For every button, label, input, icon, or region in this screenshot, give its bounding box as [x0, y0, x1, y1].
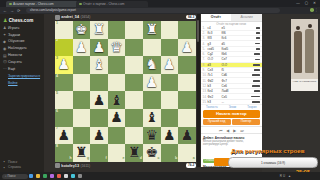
square-b2[interactable]	[161, 39, 179, 57]
bottom-player-accuracy-badge: 76.2	[186, 163, 196, 167]
eval-bar	[252, 101, 260, 103]
black-queen[interactable]: ♛	[146, 128, 159, 142]
black-rook[interactable]: ♜	[128, 145, 141, 159]
bottom-player-bar: kotofey13 (1611) 76.2	[55, 163, 196, 169]
file-label: d	[140, 157, 142, 161]
video-subtitle: Для регулярных строев	[231, 147, 320, 154]
move-nav-icon[interactable]: ▶	[233, 128, 236, 133]
black-pawn[interactable]: ♟	[181, 128, 194, 142]
black-move[interactable]: Сe6	[222, 84, 236, 88]
back-icon[interactable]: ←	[3, 7, 7, 14]
sidebar-footer-item[interactable]: •Справка	[0, 165, 44, 171]
file-label: a	[193, 157, 195, 161]
square-f5[interactable]: ♟	[90, 91, 108, 109]
white-move[interactable]: c4	[208, 26, 222, 30]
file-label: c	[158, 157, 160, 161]
square-f7[interactable]: ♟	[90, 127, 108, 145]
square-g6[interactable]	[73, 109, 91, 127]
panel-link[interactable]: Точность	[206, 105, 218, 110]
sidebar-item-соцсеть[interactable]: ☺Соцсеть	[0, 58, 44, 65]
square-e6[interactable]: ♟	[108, 109, 126, 127]
white-pawn[interactable]: ♟	[181, 40, 194, 54]
bottom-player-name[interactable]: kotofey13	[61, 164, 79, 168]
square-b5[interactable]	[161, 91, 179, 109]
white-move[interactable]: Сe3	[208, 68, 222, 72]
file-label: f	[106, 157, 107, 161]
panel-link[interactable]: Теория	[247, 105, 256, 110]
white-move[interactable]: Лc1	[208, 73, 222, 77]
square-h1[interactable]: 1	[55, 21, 73, 39]
page-scrollbar[interactable]	[197, 14, 200, 167]
eval-bar	[253, 80, 260, 82]
black-pawn[interactable]: ♟	[163, 128, 176, 142]
square-c4[interactable]: ♟	[143, 74, 161, 92]
square-b6[interactable]	[161, 109, 179, 127]
file-label: g	[87, 157, 89, 161]
white-bishop[interactable]: ♝	[93, 57, 106, 71]
eval-bar	[256, 48, 260, 50]
square-f6[interactable]	[90, 109, 108, 127]
top-player-accuracy-badge: 84.3	[186, 15, 196, 19]
square-a1[interactable]	[178, 21, 196, 39]
square-d1[interactable]	[125, 21, 143, 39]
black-move[interactable]: ...	[222, 100, 236, 104]
black-king[interactable]: ♚	[146, 145, 159, 159]
browser-toolbar: ← → ⟳ chess.com/analysis/game-report ⋮	[0, 7, 320, 14]
square-d4[interactable]	[125, 74, 143, 92]
square-b8[interactable]: b	[161, 144, 179, 162]
square-b1[interactable]	[161, 21, 179, 39]
top-player-avatar[interactable]	[55, 15, 60, 20]
square-a6[interactable]	[178, 109, 196, 127]
file-label: e	[122, 157, 124, 161]
sidebar-link[interactable]: Зарегистрироваться	[0, 72, 44, 79]
square-g8[interactable]: ♜g	[73, 144, 91, 162]
black-rook[interactable]: ♜	[75, 145, 88, 159]
chess-board[interactable]: 1♚♜♜2♟♟♛♟♟3♝♞♟4♟5♟♝6♟♝♟7♟♛♟♟8h♜gfe♜d♚cba	[55, 21, 196, 162]
white-move[interactable]: b3	[208, 84, 222, 88]
address-bar[interactable]: chess.com/analysis/game-report	[26, 8, 280, 13]
white-move[interactable]: Кc3	[208, 31, 222, 35]
square-e5[interactable]: ♝	[108, 91, 126, 109]
sidebar-item-наблюдать[interactable]: ◉Наблюдать	[0, 45, 44, 52]
tab-favicon	[9, 3, 12, 6]
ad-model-head	[296, 26, 300, 30]
reload-icon[interactable]: ⟳	[17, 7, 20, 14]
rank-label: 2	[56, 39, 58, 43]
square-a5[interactable]	[178, 91, 196, 109]
square-d7[interactable]	[125, 127, 143, 145]
dot-icon: •	[3, 159, 8, 164]
black-move[interactable]: Фc7	[222, 79, 236, 83]
top-player-name[interactable]: andrei_54	[61, 15, 79, 19]
rank-label: 5	[56, 92, 58, 96]
black-move[interactable]: Сe5	[222, 95, 236, 99]
eval-bar	[252, 74, 260, 76]
square-a4[interactable]	[178, 74, 196, 92]
top-player-bar: andrei_54 (1654) 84.3	[55, 14, 196, 20]
chesscom-logo[interactable]: ♟ Chess.com	[0, 14, 44, 25]
eval-bar	[254, 90, 260, 92]
rank-label: 7	[56, 127, 58, 131]
eval-bar	[255, 59, 260, 61]
square-h4[interactable]: 4	[55, 74, 73, 92]
taskbar-app-icon[interactable]	[43, 174, 47, 178]
taskbar: ⌕ Поиск RU ▲	[0, 172, 320, 180]
white-move[interactable]: O-O	[208, 57, 222, 61]
more-menu-icon[interactable]: ⋮	[315, 8, 319, 12]
white-move[interactable]: Фd2	[208, 79, 222, 83]
black-move[interactable]: Лad8	[222, 89, 236, 93]
panel-tab-анализ[interactable]: Анализ	[231, 14, 262, 21]
sidebar: ♟ Chess.com ♟Играть✦Задачи◆Обучение◉Набл…	[0, 14, 44, 172]
sidebar-item-ещё[interactable]: ⋯Ещё	[0, 65, 44, 72]
black-move[interactable]: Кb6	[222, 52, 236, 56]
black-pawn[interactable]: ♟	[93, 128, 106, 142]
square-f1[interactable]: ♜	[90, 21, 108, 39]
ad-model-head	[308, 24, 312, 28]
square-c8[interactable]: ♚c	[143, 144, 161, 162]
analysis-panel: ОтчётАнализ Отчёт по партии готов 1.c4e5…	[201, 14, 263, 167]
eval-bar	[255, 43, 260, 45]
square-a8[interactable]: a	[178, 144, 196, 162]
white-rook[interactable]: ♜	[146, 22, 159, 36]
square-h3[interactable]: ♟3	[55, 56, 73, 74]
square-f2[interactable]: ♟	[90, 39, 108, 57]
white-move[interactable]: Кf3	[208, 36, 222, 40]
black-bishop[interactable]: ♝	[146, 110, 159, 124]
square-a2[interactable]: ♟	[178, 39, 196, 57]
panel-button[interactable]: Повтор	[232, 119, 260, 125]
file-label: h	[69, 157, 71, 161]
square-d2[interactable]	[125, 39, 143, 57]
window-controls[interactable]: — ▢ ✕	[296, 0, 318, 7]
square-e1[interactable]	[108, 21, 126, 39]
scrollbar-thumb[interactable]	[197, 20, 199, 42]
eval-bar	[251, 96, 260, 98]
eval-bar	[256, 32, 260, 34]
white-queen[interactable]: ♛	[110, 40, 123, 54]
sidebar-item-обучение[interactable]: ◆Обучение	[0, 38, 44, 45]
black-move[interactable]: Сd6	[222, 73, 236, 77]
square-g2[interactable]: ♟	[73, 39, 91, 57]
square-e2[interactable]: ♛	[108, 39, 126, 57]
video-caption-bar: 1 клавиша (16:9)	[228, 157, 318, 168]
screen: Анализ партии - Chess.comОтчёт о партии …	[0, 0, 320, 180]
sidebar-link[interactable]: Войти	[0, 79, 44, 86]
square-h6[interactable]: 6	[55, 109, 73, 127]
ad-model-figure	[305, 29, 314, 73]
logo-pawn-icon: ♟	[3, 17, 7, 23]
rank-label: 8	[56, 145, 58, 149]
square-h5[interactable]: 5	[55, 91, 73, 109]
square-e3[interactable]	[108, 56, 126, 74]
square-c5[interactable]	[143, 91, 161, 109]
sidebar-item-новости[interactable]: ▤Новости	[0, 52, 44, 59]
taskbar-app-icon[interactable]	[50, 174, 54, 178]
white-pawn[interactable]: ♟	[58, 57, 71, 71]
square-g5[interactable]	[73, 91, 91, 109]
square-g4[interactable]	[73, 74, 91, 92]
panel-link[interactable]: Зевки	[229, 105, 237, 110]
white-move[interactable]: d3	[208, 63, 222, 67]
square-b7[interactable]: ♟	[161, 127, 179, 145]
white-move[interactable]: Сg2	[208, 52, 222, 56]
bottom-player-rating: (1611)	[81, 164, 91, 168]
rank-label: 6	[56, 110, 58, 114]
dot-icon: •	[3, 165, 8, 170]
eval-bar	[256, 37, 260, 39]
taskbar-app-icon[interactable]	[78, 174, 82, 178]
square-g3[interactable]	[73, 56, 91, 74]
eval-bar	[256, 27, 260, 29]
rank-label: 4	[56, 75, 58, 79]
square-h8[interactable]: 8h	[55, 144, 73, 162]
ad-banner[interactable]: НОВАЯ КОЛЛЕКЦИЯ	[291, 19, 318, 91]
square-c7[interactable]: ♛	[143, 127, 161, 145]
browser-menu[interactable]: ⋮	[310, 7, 318, 14]
taskbar-app-icon[interactable]	[29, 174, 33, 178]
square-b3[interactable]: ♟	[161, 56, 179, 74]
white-move[interactable]: h3	[208, 100, 222, 104]
taskbar-search[interactable]: ⌕ Поиск	[2, 174, 28, 179]
black-move[interactable]: d5	[222, 42, 236, 46]
system-tray[interactable]: RU ▲	[280, 172, 292, 180]
square-f8[interactable]: f	[90, 144, 108, 162]
bottom-player-avatar[interactable]	[55, 163, 60, 168]
white-king[interactable]: ♚	[75, 22, 88, 36]
square-c1[interactable]: ♜	[143, 21, 161, 39]
black-move[interactable]: Кxd5	[222, 47, 236, 51]
eval-bar	[252, 85, 260, 87]
square-e8[interactable]: e	[108, 144, 126, 162]
square-g7[interactable]	[73, 127, 91, 145]
white-knight[interactable]: ♞	[146, 57, 159, 71]
taskbar-app-icon[interactable]	[64, 174, 68, 178]
taskbar-app-icon[interactable]	[71, 174, 75, 178]
black-pawn[interactable]: ♟	[110, 110, 123, 124]
square-c2[interactable]	[143, 39, 161, 57]
black-move[interactable]: Сe7	[222, 57, 236, 61]
black-bishop[interactable]: ♝	[110, 93, 123, 107]
square-b4[interactable]	[161, 74, 179, 92]
square-d6[interactable]	[125, 109, 143, 127]
sidebar-item-играть[interactable]: ♟Играть	[0, 25, 44, 32]
profile-avatar[interactable]	[310, 8, 314, 12]
square-h2[interactable]: 2	[55, 39, 73, 57]
move-nav-icon[interactable]: ⏮	[219, 128, 222, 133]
white-rook[interactable]: ♜	[93, 22, 106, 36]
white-move[interactable]: g3	[208, 42, 222, 46]
square-e7[interactable]	[108, 127, 126, 145]
white-pawn[interactable]: ♟	[146, 75, 159, 89]
eval-bar	[253, 64, 260, 66]
move-nav-icon[interactable]: ◀	[226, 128, 229, 133]
black-move[interactable]: e5	[222, 26, 236, 30]
forward-icon[interactable]: →	[10, 7, 14, 14]
square-h7[interactable]: ♟7	[55, 127, 73, 145]
black-pawn[interactable]: ♟	[93, 93, 106, 107]
top-player-rating: (1654)	[81, 15, 91, 19]
black-move[interactable]: O-O	[222, 63, 236, 67]
square-g1[interactable]: ♚	[73, 21, 91, 39]
panel-tab-отчёт[interactable]: Отчёт	[201, 14, 232, 21]
ad-model-figure	[294, 31, 302, 73]
square-d8[interactable]: ♜d	[125, 144, 143, 162]
square-c6[interactable]: ♝	[143, 109, 161, 127]
rank-label: 3	[56, 57, 58, 61]
file-label: b	[175, 157, 177, 161]
square-c3[interactable]: ♞	[143, 56, 161, 74]
taskbar-app-icon[interactable]	[36, 174, 40, 178]
square-f3[interactable]: ♝	[90, 56, 108, 74]
black-move[interactable]: Кf6	[222, 31, 236, 35]
square-d3[interactable]	[125, 56, 143, 74]
sidebar-item-задачи[interactable]: ✦Задачи	[0, 31, 44, 38]
browser-tabbar: Анализ партии - Chess.comОтчёт о партии …	[0, 0, 320, 7]
ad-caption: НОВАЯ КОЛЛЕКЦИЯ	[291, 79, 318, 92]
start-review-button[interactable]: Начать повтор	[203, 110, 261, 118]
white-move[interactable]: cxd5	[208, 47, 222, 51]
white-move[interactable]: Кe4	[208, 89, 222, 93]
square-e4[interactable]	[108, 74, 126, 92]
white-pawn[interactable]: ♟	[163, 57, 176, 71]
tab-favicon	[79, 3, 82, 6]
square-d5[interactable]	[125, 91, 143, 109]
move-nav-icon[interactable]: ⏭	[240, 128, 243, 133]
white-move[interactable]: Фe2	[208, 95, 222, 99]
square-f4[interactable]	[90, 74, 108, 92]
black-move[interactable]: f5	[222, 68, 236, 72]
black-pawn[interactable]: ♟	[58, 128, 71, 142]
white-pawn[interactable]: ♟	[93, 40, 106, 54]
square-a7[interactable]: ♟	[178, 127, 196, 145]
square-a3[interactable]	[178, 56, 196, 74]
panel-button[interactable]: Лучший ход	[203, 119, 231, 125]
rank-label: 1	[56, 22, 58, 26]
taskbar-app-icon[interactable]	[57, 174, 61, 178]
eval-bar	[254, 69, 260, 71]
eval-bar	[254, 53, 260, 55]
black-move[interactable]: Кc6	[222, 36, 236, 40]
white-pawn[interactable]: ♟	[75, 40, 88, 54]
